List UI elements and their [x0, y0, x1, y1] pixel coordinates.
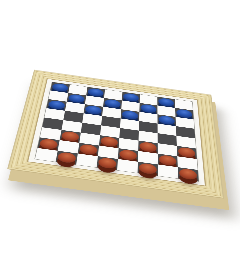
board-square[interactable] [76, 153, 98, 167]
wooden-frame [7, 70, 224, 199]
board-3d-wrap [7, 70, 224, 199]
board-square[interactable] [35, 148, 58, 162]
board-square[interactable] [178, 167, 199, 181]
red-checker-piece[interactable] [139, 163, 157, 175]
board-square[interactable] [117, 159, 138, 173]
board-square[interactable] [97, 156, 118, 170]
product-photo-scene [0, 0, 240, 280]
board-square[interactable] [158, 164, 178, 178]
red-checker-piece[interactable] [179, 168, 197, 180]
board-square[interactable] [138, 162, 158, 176]
board-square[interactable] [56, 151, 78, 165]
red-checker-piece[interactable] [57, 152, 77, 164]
red-checker-piece[interactable] [98, 157, 117, 169]
